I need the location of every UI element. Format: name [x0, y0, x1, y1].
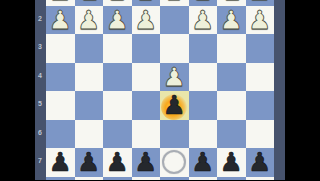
square-a6[interactable] — [246, 120, 275, 149]
square-h6[interactable] — [46, 120, 75, 149]
black-pawn[interactable]: ♟ — [163, 92, 186, 118]
square-f7[interactable]: ♟ — [103, 148, 132, 177]
square-a4[interactable] — [246, 63, 275, 92]
white-queen[interactable]: ♛ — [163, 0, 186, 4]
square-d4[interactable]: ♟ — [160, 63, 189, 92]
black-pawn[interactable]: ♟ — [134, 149, 157, 175]
square-d7[interactable] — [160, 148, 189, 177]
square-e5[interactable] — [132, 91, 161, 120]
square-f8[interactable]: ♝ — [103, 177, 132, 181]
black-rook[interactable]: ♜ — [49, 178, 72, 180]
black-knight[interactable]: ♞ — [220, 178, 243, 180]
square-a3[interactable] — [246, 34, 275, 63]
square-a5[interactable] — [246, 91, 275, 120]
square-h5[interactable] — [46, 91, 75, 120]
square-c3[interactable] — [189, 34, 218, 63]
square-g7[interactable]: ♟ — [75, 148, 104, 177]
rank-label-2: 2 — [35, 6, 45, 35]
square-h7[interactable]: ♟ — [46, 148, 75, 177]
square-e4[interactable] — [132, 63, 161, 92]
square-c5[interactable] — [189, 91, 218, 120]
square-b4[interactable] — [217, 63, 246, 92]
square-g3[interactable] — [75, 34, 104, 63]
square-g2[interactable]: ♟ — [75, 6, 104, 35]
black-rook[interactable]: ♜ — [248, 178, 271, 180]
white-king[interactable]: ♚ — [134, 0, 157, 4]
square-c7[interactable]: ♟ — [189, 148, 218, 177]
square-g8[interactable]: ♞ — [75, 177, 104, 181]
square-d2[interactable] — [160, 6, 189, 35]
square-f4[interactable] — [103, 63, 132, 92]
square-e8[interactable]: ♚ — [132, 177, 161, 181]
white-rook[interactable]: ♜ — [49, 0, 72, 4]
white-pawn[interactable]: ♟ — [106, 7, 129, 33]
white-bishop[interactable]: ♝ — [106, 0, 129, 4]
square-d5[interactable]: ♟ — [160, 91, 189, 120]
chess-board: ♜♞♝♚♛♝♞♜♟♟♟♟♟♟♟♟♟♟♟♟♟♟♟♟♜♞♝♚♛♝♞♜ 234567 — [35, 0, 285, 180]
black-pawn[interactable]: ♟ — [106, 149, 129, 175]
square-d3[interactable] — [160, 34, 189, 63]
square-d8[interactable]: ♛ — [160, 177, 189, 181]
move-origin-circle — [162, 150, 186, 174]
square-f5[interactable] — [103, 91, 132, 120]
white-pawn[interactable]: ♟ — [220, 7, 243, 33]
square-d6[interactable] — [160, 120, 189, 149]
square-g4[interactable] — [75, 63, 104, 92]
black-pawn[interactable]: ♟ — [191, 149, 214, 175]
square-e7[interactable]: ♟ — [132, 148, 161, 177]
white-pawn[interactable]: ♟ — [49, 7, 72, 33]
square-h8[interactable]: ♜ — [46, 177, 75, 181]
square-f2[interactable]: ♟ — [103, 6, 132, 35]
square-a7[interactable]: ♟ — [246, 148, 275, 177]
white-bishop[interactable]: ♝ — [191, 0, 214, 4]
white-pawn[interactable]: ♟ — [134, 7, 157, 33]
black-pawn[interactable]: ♟ — [77, 149, 100, 175]
square-b5[interactable] — [217, 91, 246, 120]
rank-label-6: 6 — [35, 120, 45, 149]
square-c4[interactable] — [189, 63, 218, 92]
square-f6[interactable] — [103, 120, 132, 149]
square-h3[interactable] — [46, 34, 75, 63]
black-bishop[interactable]: ♝ — [191, 178, 214, 180]
white-rook[interactable]: ♜ — [248, 0, 271, 4]
square-e2[interactable]: ♟ — [132, 6, 161, 35]
white-knight[interactable]: ♞ — [220, 0, 243, 4]
black-king[interactable]: ♚ — [134, 178, 157, 180]
square-c2[interactable]: ♟ — [189, 6, 218, 35]
square-h2[interactable]: ♟ — [46, 6, 75, 35]
black-pawn[interactable]: ♟ — [220, 149, 243, 175]
square-c6[interactable] — [189, 120, 218, 149]
square-d1[interactable]: ♛ — [160, 0, 189, 6]
square-a2[interactable]: ♟ — [246, 6, 275, 35]
square-g5[interactable] — [75, 91, 104, 120]
black-knight[interactable]: ♞ — [77, 178, 100, 180]
rank-label-4: 4 — [35, 63, 45, 92]
white-pawn[interactable]: ♟ — [163, 64, 186, 90]
rank-label-5: 5 — [35, 91, 45, 120]
black-pawn[interactable]: ♟ — [248, 149, 271, 175]
board-squares: ♜♞♝♚♛♝♞♜♟♟♟♟♟♟♟♟♟♟♟♟♟♟♟♟♜♞♝♚♛♝♞♜ — [46, 0, 274, 180]
square-b2[interactable]: ♟ — [217, 6, 246, 35]
square-b8[interactable]: ♞ — [217, 177, 246, 181]
black-pawn[interactable]: ♟ — [49, 149, 72, 175]
white-pawn[interactable]: ♟ — [191, 7, 214, 33]
square-g6[interactable] — [75, 120, 104, 149]
rank-label-3: 3 — [35, 34, 45, 63]
black-bishop[interactable]: ♝ — [106, 178, 129, 180]
white-pawn[interactable]: ♟ — [248, 7, 271, 33]
square-f3[interactable] — [103, 34, 132, 63]
square-e3[interactable] — [132, 34, 161, 63]
rank-label-7: 7 — [35, 148, 45, 177]
square-b3[interactable] — [217, 34, 246, 63]
black-queen[interactable]: ♛ — [163, 178, 186, 180]
square-a8[interactable]: ♜ — [246, 177, 275, 181]
white-knight[interactable]: ♞ — [77, 0, 100, 4]
square-h4[interactable] — [46, 63, 75, 92]
white-pawn[interactable]: ♟ — [77, 7, 100, 33]
square-c8[interactable]: ♝ — [189, 177, 218, 181]
square-e6[interactable] — [132, 120, 161, 149]
square-b6[interactable] — [217, 120, 246, 149]
square-b7[interactable]: ♟ — [217, 148, 246, 177]
